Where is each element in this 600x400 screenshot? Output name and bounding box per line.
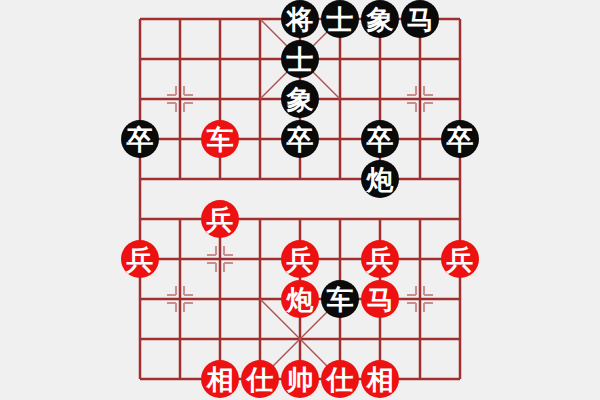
board-point[interactable] bbox=[120, 319, 160, 359]
board-point[interactable] bbox=[440, 359, 480, 399]
board-point[interactable] bbox=[360, 79, 400, 119]
piece-red-soldier[interactable]: 兵 bbox=[441, 240, 479, 278]
board-point[interactable] bbox=[200, 39, 240, 79]
piece-red-soldier[interactable]: 兵 bbox=[281, 240, 319, 278]
piece-red-soldier[interactable]: 兵 bbox=[201, 200, 239, 238]
piece-red-advisor[interactable]: 仕 bbox=[241, 360, 279, 398]
piece-red-elephant[interactable]: 相 bbox=[361, 360, 399, 398]
board-point[interactable] bbox=[200, 159, 240, 199]
piece-red-king[interactable]: 帅 bbox=[281, 360, 319, 398]
piece-black-soldier[interactable]: 卒 bbox=[121, 120, 159, 158]
piece-black-soldier[interactable]: 卒 bbox=[361, 120, 399, 158]
board-point[interactable] bbox=[240, 279, 280, 319]
piece-red-soldier[interactable]: 兵 bbox=[121, 240, 159, 278]
board-point[interactable] bbox=[200, 279, 240, 319]
board-point[interactable] bbox=[280, 159, 320, 199]
board-point[interactable] bbox=[200, 319, 240, 359]
piece-red-horse[interactable]: 马 bbox=[361, 280, 399, 318]
board-point[interactable] bbox=[280, 199, 320, 239]
board-point[interactable] bbox=[160, 159, 200, 199]
board-point[interactable]: 象 bbox=[360, 0, 400, 39]
board-point[interactable] bbox=[400, 199, 440, 239]
board-point[interactable] bbox=[320, 239, 360, 279]
board-point[interactable] bbox=[160, 319, 200, 359]
piece-black-cannon[interactable]: 炮 bbox=[361, 160, 399, 198]
piece-red-elephant[interactable]: 相 bbox=[201, 360, 239, 398]
board-point[interactable] bbox=[160, 199, 200, 239]
piece-black-king[interactable]: 将 bbox=[281, 0, 319, 38]
piece-red-advisor[interactable]: 仕 bbox=[321, 360, 359, 398]
board-point[interactable] bbox=[240, 0, 280, 39]
board-point[interactable] bbox=[120, 79, 160, 119]
board-point[interactable]: 相 bbox=[200, 359, 240, 399]
piece-black-chariot[interactable]: 车 bbox=[321, 280, 359, 318]
board-point[interactable]: 车 bbox=[320, 279, 360, 319]
board-point[interactable]: 帅 bbox=[280, 359, 320, 399]
board-point[interactable] bbox=[200, 239, 240, 279]
board-point[interactable]: 士 bbox=[320, 0, 360, 39]
board-point[interactable] bbox=[320, 119, 360, 159]
board-point[interactable] bbox=[160, 0, 200, 39]
board-point[interactable]: 马 bbox=[400, 0, 440, 39]
board-point[interactable] bbox=[160, 79, 200, 119]
board-point[interactable]: 车 bbox=[200, 119, 240, 159]
board-point[interactable] bbox=[360, 39, 400, 79]
board-point[interactable] bbox=[240, 119, 280, 159]
board-point[interactable] bbox=[360, 319, 400, 359]
board-point[interactable] bbox=[240, 239, 280, 279]
board-point[interactable] bbox=[120, 39, 160, 79]
board-point[interactable] bbox=[440, 279, 480, 319]
board-point[interactable] bbox=[160, 39, 200, 79]
board-point[interactable] bbox=[280, 319, 320, 359]
piece-black-advisor[interactable]: 士 bbox=[321, 0, 359, 38]
board-point[interactable] bbox=[200, 0, 240, 39]
board-point[interactable]: 卒 bbox=[120, 119, 160, 159]
board-point[interactable] bbox=[400, 39, 440, 79]
board-point[interactable] bbox=[440, 0, 480, 39]
board-point[interactable] bbox=[320, 79, 360, 119]
board-point[interactable] bbox=[400, 279, 440, 319]
board-point[interactable] bbox=[120, 159, 160, 199]
board-point[interactable]: 卒 bbox=[280, 119, 320, 159]
piece-red-chariot[interactable]: 车 bbox=[201, 120, 239, 158]
board-point[interactable]: 炮 bbox=[360, 159, 400, 199]
board-point[interactable] bbox=[320, 39, 360, 79]
board-point[interactable] bbox=[160, 279, 200, 319]
board-point[interactable] bbox=[240, 199, 280, 239]
piece-black-elephant[interactable]: 象 bbox=[281, 80, 319, 118]
board-point[interactable] bbox=[240, 39, 280, 79]
board-point[interactable] bbox=[440, 159, 480, 199]
piece-black-soldier[interactable]: 卒 bbox=[441, 120, 479, 158]
board-point[interactable] bbox=[120, 359, 160, 399]
board-point[interactable] bbox=[200, 79, 240, 119]
xiangqi-board: 将士象马士象卒车卒卒卒炮兵兵兵兵兵炮车马相仕帅仕相 bbox=[120, 0, 480, 399]
board-point[interactable] bbox=[240, 79, 280, 119]
piece-black-horse[interactable]: 马 bbox=[401, 0, 439, 38]
board-point[interactable]: 仕 bbox=[320, 359, 360, 399]
board-point[interactable] bbox=[160, 359, 200, 399]
board-point[interactable]: 士 bbox=[280, 39, 320, 79]
board-point[interactable] bbox=[120, 0, 160, 39]
board-point[interactable]: 将 bbox=[280, 0, 320, 39]
piece-red-soldier[interactable]: 兵 bbox=[361, 240, 399, 278]
board-point[interactable] bbox=[440, 39, 480, 79]
board-point[interactable] bbox=[120, 199, 160, 239]
piece-red-cannon[interactable]: 炮 bbox=[281, 280, 319, 318]
board-point[interactable]: 仕 bbox=[240, 359, 280, 399]
board-point[interactable]: 相 bbox=[360, 359, 400, 399]
board-point[interactable] bbox=[440, 199, 480, 239]
piece-black-elephant[interactable]: 象 bbox=[361, 0, 399, 38]
board-point[interactable]: 兵 bbox=[200, 199, 240, 239]
board-point[interactable]: 兵 bbox=[440, 239, 480, 279]
board-point[interactable]: 兵 bbox=[360, 239, 400, 279]
board-point[interactable] bbox=[400, 119, 440, 159]
board-point[interactable] bbox=[160, 239, 200, 279]
board-point[interactable]: 马 bbox=[360, 279, 400, 319]
board-point[interactable] bbox=[400, 239, 440, 279]
board-point[interactable] bbox=[240, 159, 280, 199]
piece-black-soldier[interactable]: 卒 bbox=[281, 120, 319, 158]
board-point[interactable]: 兵 bbox=[120, 239, 160, 279]
board-point[interactable] bbox=[400, 359, 440, 399]
board-point[interactable] bbox=[440, 319, 480, 359]
board-point[interactable] bbox=[320, 199, 360, 239]
board-point[interactable] bbox=[160, 119, 200, 159]
board-point[interactable] bbox=[120, 279, 160, 319]
xiangqi-app: 将士象马士象卒车卒卒卒炮兵兵兵兵兵炮车马相仕帅仕相 bbox=[0, 0, 600, 400]
board-point[interactable]: 卒 bbox=[360, 119, 400, 159]
board-point[interactable] bbox=[360, 199, 400, 239]
board-point[interactable] bbox=[440, 79, 480, 119]
board-point[interactable]: 兵 bbox=[280, 239, 320, 279]
piece-black-advisor[interactable]: 士 bbox=[281, 40, 319, 78]
board-point[interactable] bbox=[320, 319, 360, 359]
board-point[interactable]: 炮 bbox=[280, 279, 320, 319]
board-point[interactable] bbox=[320, 159, 360, 199]
board-point[interactable] bbox=[240, 319, 280, 359]
board-point[interactable]: 卒 bbox=[440, 119, 480, 159]
board-point[interactable] bbox=[400, 319, 440, 359]
board-point[interactable]: 象 bbox=[280, 79, 320, 119]
board-point[interactable] bbox=[400, 79, 440, 119]
board-point[interactable] bbox=[400, 159, 440, 199]
